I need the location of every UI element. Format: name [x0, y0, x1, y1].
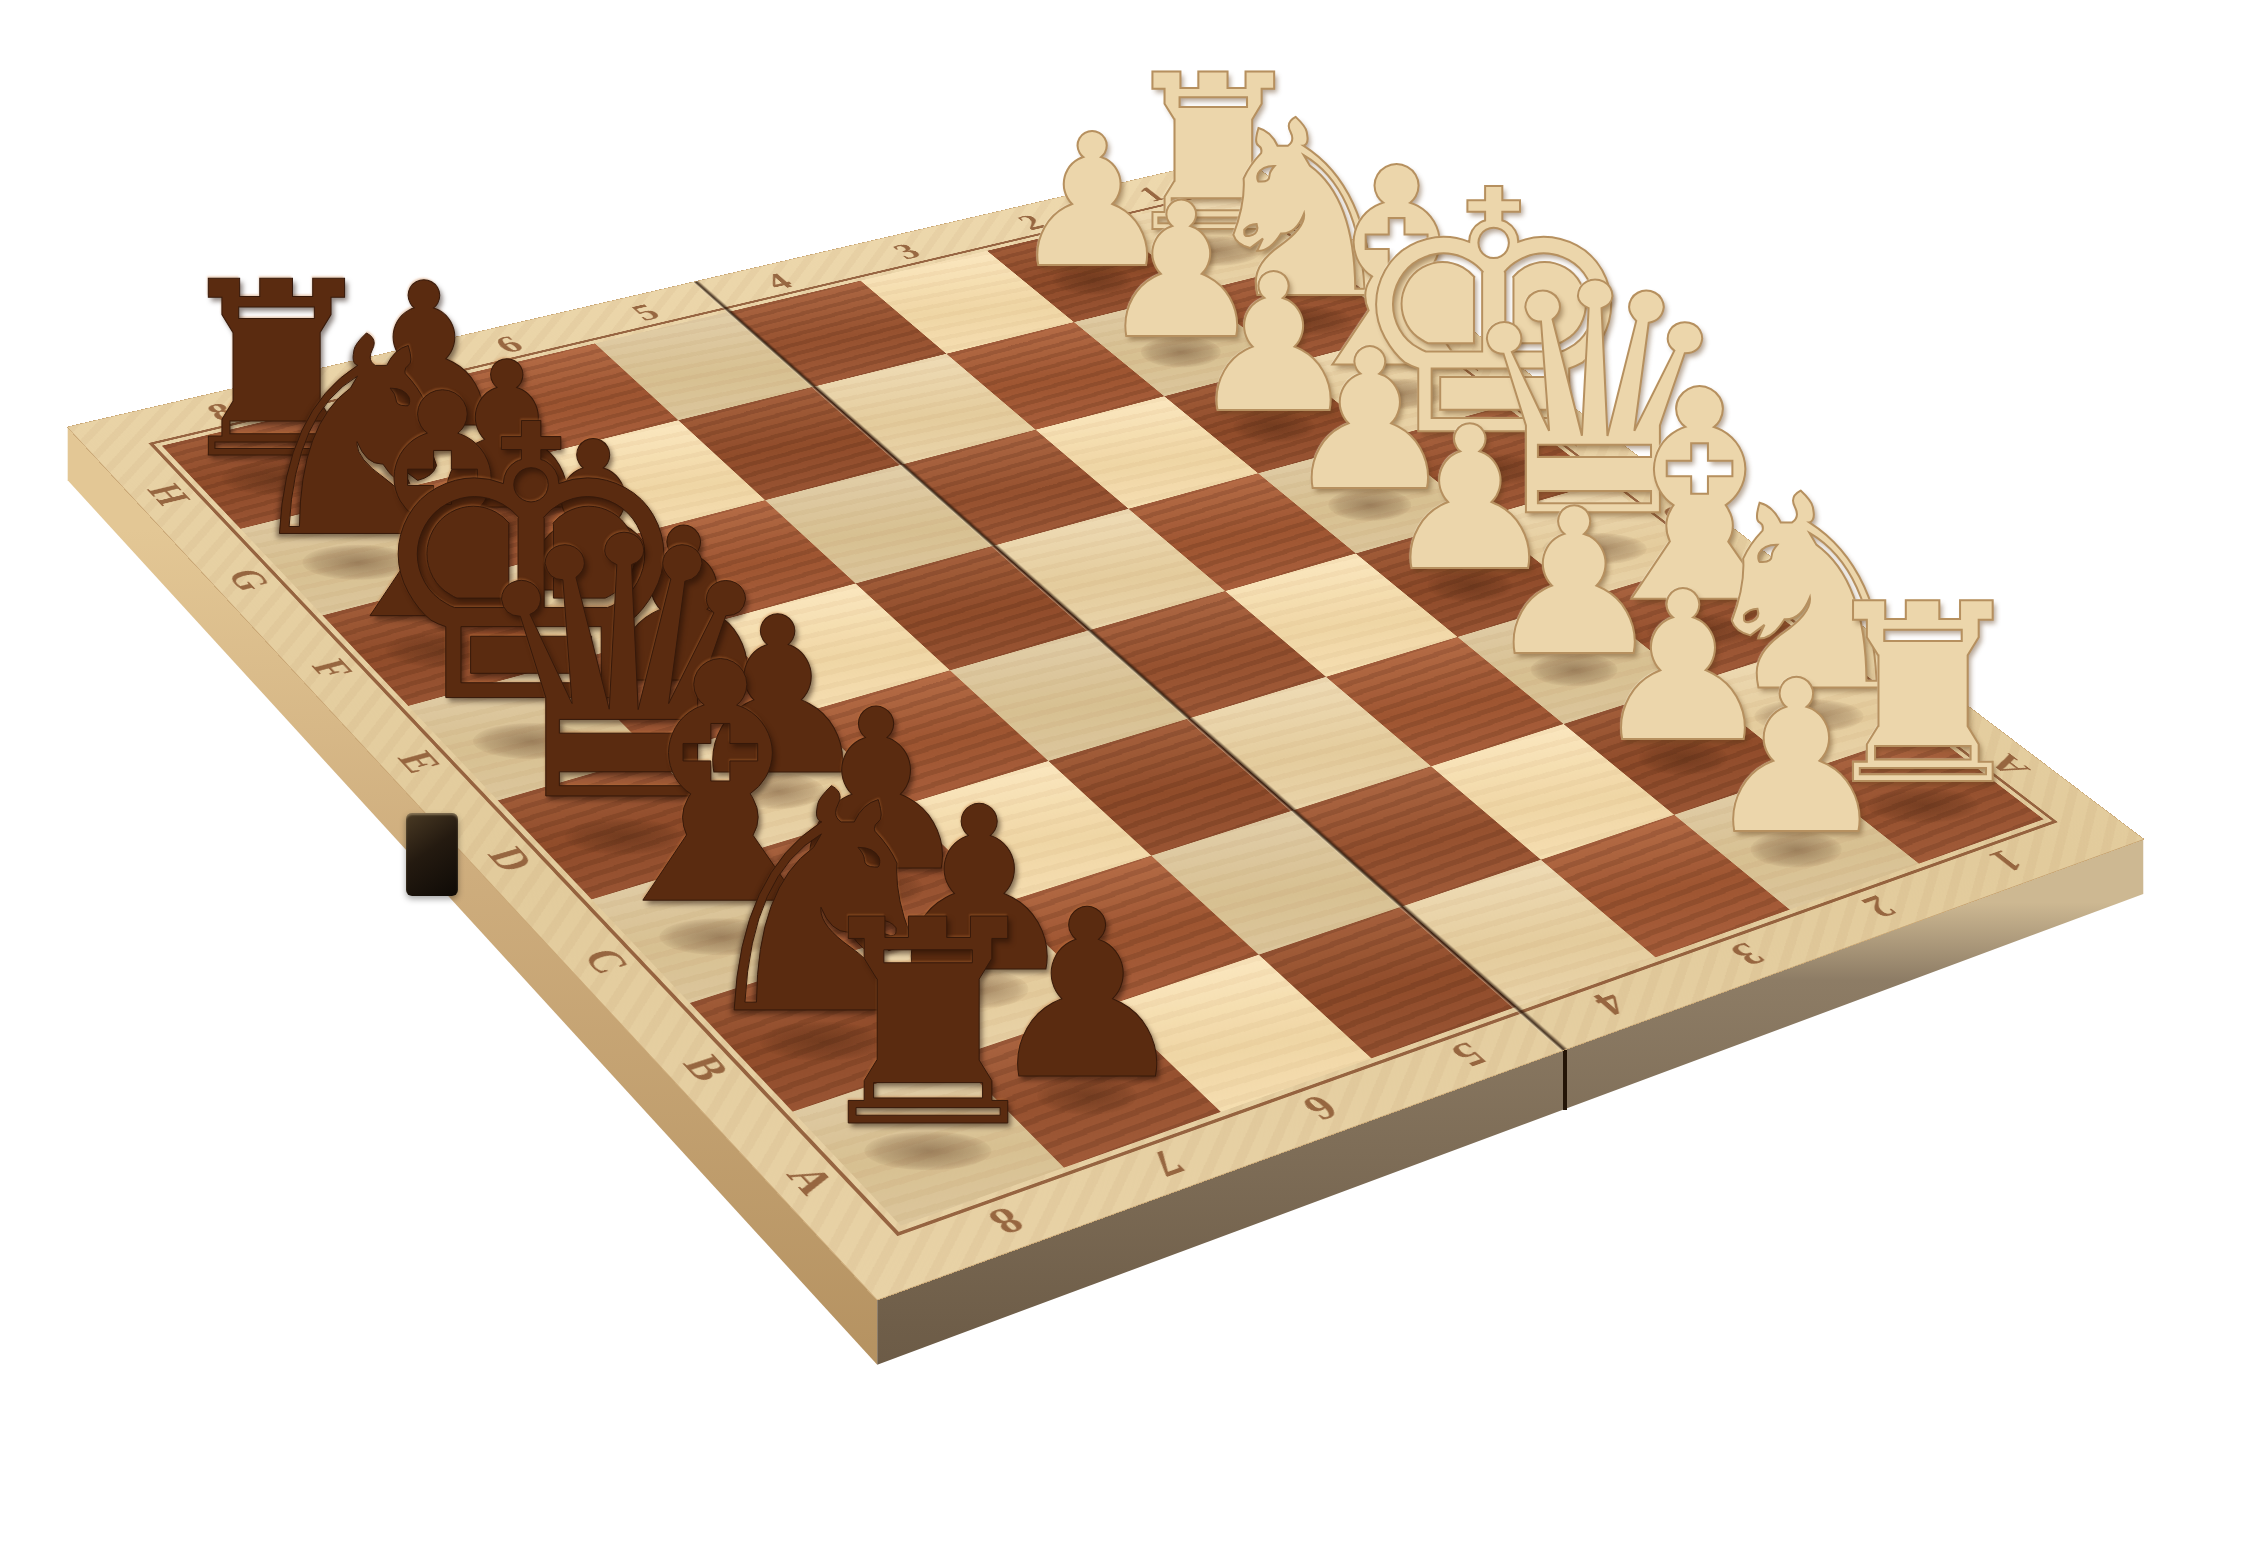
label-file-bottom-b-text: B [672, 1050, 742, 1087]
label-rank-left-3-text: 3 [885, 238, 928, 264]
label-rank-right-6-text: 6 [1292, 1087, 1348, 1128]
label-rank-left-1-text: 1 [1130, 182, 1173, 207]
label-file-bottom-g-text: G [216, 565, 282, 596]
label-rank-right-1-text: 1 [1979, 843, 2033, 878]
label-file-top-c-text: C [1756, 581, 1815, 609]
label-file-bottom-a-text: A [775, 1160, 848, 1200]
label-rank-left-8-text: 8 [199, 397, 243, 427]
label-rank-right-4-text: 4 [1583, 984, 1639, 1023]
label-rank-left-7-text: 7 [346, 363, 390, 392]
label-file-bottom-e-text: E [387, 746, 453, 777]
chess-board: HGFEDCBA1122334455667788HGFEDCBA [68, 155, 2144, 1299]
label-file-top-g-text: G [1359, 279, 1415, 303]
label-file-bottom-f-text: F [301, 655, 364, 683]
fold-seam-edge-cut [1563, 1048, 1567, 1110]
label-rank-right-5-text: 5 [1440, 1034, 1496, 1074]
label-file-bottom-c-text: C [572, 943, 642, 979]
label-rank-right-8-text: 8 [978, 1198, 1035, 1242]
label-rank-right-3-text: 3 [1720, 935, 1775, 972]
label-file-top-d-text: D [1651, 501, 1708, 527]
label-file-top-e-text: E [1551, 425, 1606, 449]
label-rank-left-5-text: 5 [624, 299, 668, 326]
label-rank-left-4-text: 4 [757, 268, 801, 295]
label-file-top-b-text: B [1866, 664, 1924, 692]
board-fold-clasp [406, 813, 458, 895]
label-rank-left-6-text: 6 [487, 330, 531, 358]
label-rank-left-2-text: 2 [1010, 209, 1053, 234]
label-file-top-f-text: F [1455, 351, 1508, 373]
label-rank-right-7-text: 7 [1138, 1141, 1195, 1184]
label-file-bottom-d-text: D [477, 842, 546, 876]
label-file-bottom-h-text: H [137, 480, 201, 509]
product-photo-stage: HGFEDCBA1122334455667788HGFEDCBA ♜♟♞♟♝♟♟… [0, 0, 2248, 1556]
label-rank-right-2-text: 2 [1852, 888, 1907, 924]
label-file-top-h-text: H [1269, 210, 1324, 233]
